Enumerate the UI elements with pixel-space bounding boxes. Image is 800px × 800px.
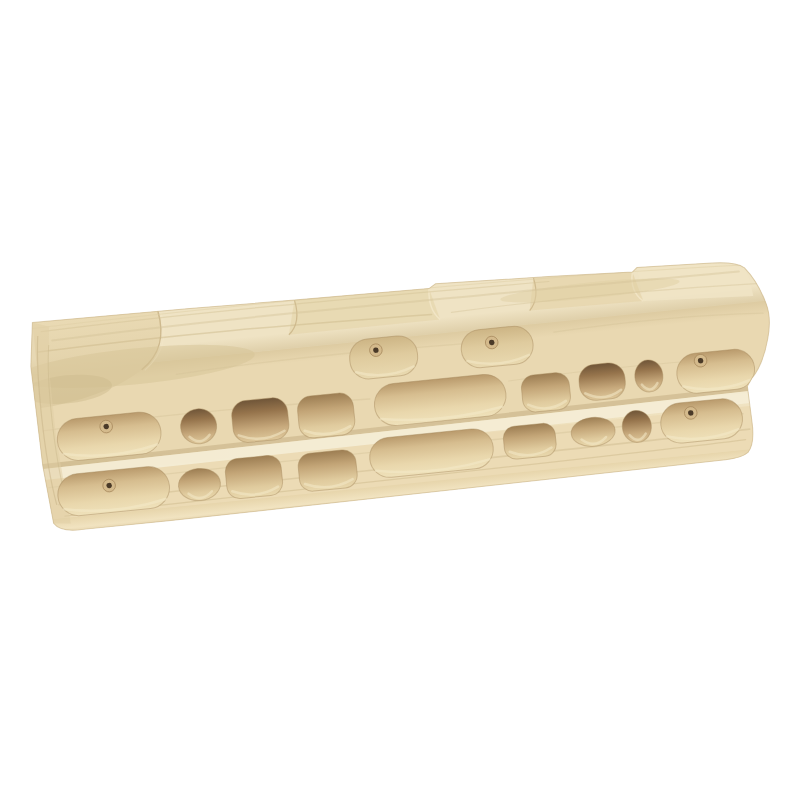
hangboard-photo — [0, 0, 800, 800]
hold-upper-6-three-finger-pocket — [520, 372, 571, 414]
hold-upper-3-two-finger-pocket — [230, 396, 290, 443]
hold-upper-7-two-finger-pocket — [577, 361, 626, 401]
hold-lower-6-three-finger-pocket — [502, 422, 557, 460]
hold-lower-4-three-finger-pocket — [297, 449, 359, 493]
product-photo-canvas — [0, 0, 800, 800]
hold-lower-3-three-finger-pocket — [224, 454, 284, 499]
hold-upper-4-three-finger-pocket — [296, 392, 356, 439]
